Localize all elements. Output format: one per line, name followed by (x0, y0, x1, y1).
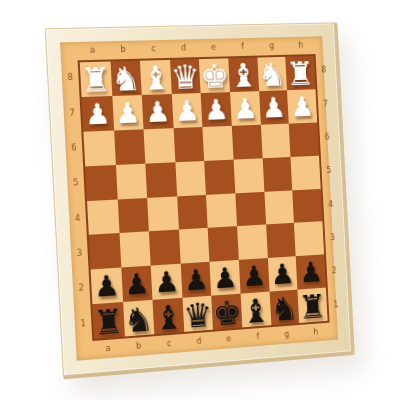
square-c2[interactable]: ♟ (151, 264, 182, 300)
square-a4[interactable] (87, 199, 119, 235)
square-b3[interactable] (119, 232, 151, 268)
white-king[interactable]: ♚ (199, 60, 230, 94)
square-f2[interactable]: ♟ (239, 258, 269, 293)
white-pawn[interactable]: ♟ (232, 95, 258, 124)
square-g5[interactable] (262, 157, 292, 192)
rank-label-right-4: 4 (328, 201, 333, 209)
black-pawn[interactable]: ♟ (183, 266, 209, 296)
square-g8[interactable]: ♞ (257, 57, 287, 91)
square-h4[interactable] (292, 188, 322, 223)
square-a2[interactable]: ♟ (91, 268, 123, 305)
chess-grid: ♜♞♝♛♚♝♞♜♟♟♟♟♟♟♟♟♟♟♟♟♟♟♟♟♜♞♝♛♚♝♞♜ (78, 54, 330, 341)
square-c3[interactable] (149, 230, 180, 266)
square-h5[interactable] (291, 155, 321, 190)
white-pawn[interactable]: ♟ (203, 96, 229, 125)
square-c4[interactable] (147, 196, 178, 232)
square-d7[interactable]: ♟ (172, 93, 203, 128)
file-label-bottom-c: c (167, 340, 172, 348)
white-queen[interactable]: ♛ (170, 61, 201, 95)
square-d3[interactable] (179, 228, 210, 264)
square-e4[interactable] (206, 193, 237, 228)
black-king[interactable]: ♚ (212, 295, 243, 330)
black-bishop[interactable]: ♝ (241, 293, 271, 328)
square-b5[interactable] (116, 163, 148, 199)
white-knight[interactable]: ♞ (110, 62, 142, 96)
square-c6[interactable] (144, 128, 175, 163)
file-label-top-b: b (121, 46, 127, 54)
file-label-top-g: g (269, 42, 274, 50)
white-pawn[interactable]: ♟ (144, 98, 171, 127)
file-label-bottom-e: e (226, 335, 231, 343)
square-f8[interactable]: ♝ (228, 58, 258, 92)
black-pawn[interactable]: ♟ (93, 272, 120, 302)
rank-label-left-4: 4 (75, 214, 81, 222)
white-pawn[interactable]: ♟ (289, 93, 314, 121)
file-label-bottom-f: f (256, 333, 259, 341)
white-bishop[interactable]: ♝ (228, 59, 258, 93)
rank-label-right-6: 6 (325, 134, 330, 142)
square-d8[interactable]: ♛ (170, 59, 201, 94)
square-d5[interactable] (175, 161, 206, 196)
square-c7[interactable]: ♟ (142, 94, 173, 129)
square-f4[interactable] (235, 191, 265, 226)
rank-label-left-1: 1 (80, 320, 86, 329)
square-g2[interactable]: ♟ (267, 256, 297, 291)
white-knight[interactable]: ♞ (257, 58, 287, 91)
square-b4[interactable] (117, 197, 149, 233)
black-bishop[interactable]: ♝ (153, 299, 184, 334)
black-pawn[interactable]: ♟ (241, 262, 267, 291)
rank-label-right-7: 7 (323, 100, 328, 108)
file-label-bottom-b: b (136, 342, 142, 351)
square-a5[interactable] (85, 165, 117, 201)
square-a1[interactable]: ♜ (92, 302, 124, 339)
rank-label-left-5: 5 (73, 179, 79, 187)
black-knight[interactable]: ♞ (123, 301, 155, 337)
square-h3[interactable] (294, 222, 324, 257)
file-label-bottom-d: d (196, 338, 201, 346)
square-f1[interactable]: ♝ (241, 292, 271, 328)
square-a8[interactable]: ♜ (80, 62, 112, 97)
black-pawn[interactable]: ♟ (212, 264, 238, 294)
rank-label-left-2: 2 (78, 285, 84, 294)
square-d4[interactable] (177, 194, 208, 230)
white-rook[interactable]: ♜ (80, 63, 112, 97)
black-rook[interactable]: ♜ (93, 304, 125, 340)
rank-label-left-7: 7 (69, 109, 75, 117)
square-g3[interactable] (266, 223, 296, 258)
square-e8[interactable]: ♚ (199, 58, 230, 93)
file-label-bottom-h: h (313, 328, 318, 336)
square-d6[interactable] (173, 127, 204, 162)
square-e2[interactable]: ♟ (210, 260, 241, 296)
square-b6[interactable] (114, 129, 146, 165)
square-a7[interactable]: ♟ (82, 96, 114, 132)
square-b8[interactable]: ♞ (110, 61, 142, 96)
rank-label-right-3: 3 (330, 234, 335, 242)
board-surface: abcdefgh 87654321 ♜♞♝♛♚♝♞♜♟♟♟♟♟♟♟♟♟♟♟♟♟♟… (60, 36, 338, 360)
black-pawn[interactable]: ♟ (153, 268, 180, 298)
square-h1[interactable]: ♜ (298, 288, 328, 323)
rank-label-right-8: 8 (321, 67, 326, 75)
white-pawn[interactable]: ♟ (84, 100, 111, 129)
square-f6[interactable] (232, 124, 262, 159)
rank-label-right-5: 5 (326, 167, 331, 175)
white-pawn[interactable]: ♟ (261, 94, 287, 122)
black-rook[interactable]: ♜ (298, 289, 328, 323)
square-c5[interactable] (146, 162, 177, 198)
square-b1[interactable]: ♞ (123, 300, 155, 337)
rank-label-left-3: 3 (77, 250, 83, 259)
square-e7[interactable]: ♟ (201, 92, 232, 127)
white-bishop[interactable]: ♝ (140, 61, 171, 95)
square-h8[interactable]: ♜ (285, 56, 315, 90)
photo-background: abcdefgh 87654321 ♜♞♝♛♚♝♞♜♟♟♟♟♟♟♟♟♟♟♟♟♟♟… (0, 0, 400, 400)
white-pawn[interactable]: ♟ (114, 99, 141, 128)
square-f5[interactable] (234, 158, 264, 193)
square-e6[interactable] (203, 126, 234, 161)
file-label-top-a: a (90, 47, 95, 55)
file-label-bottom-g: g (284, 331, 289, 339)
rank-label-right-2: 2 (332, 268, 337, 276)
square-c8[interactable]: ♝ (140, 60, 171, 95)
square-b7[interactable]: ♟ (112, 95, 144, 130)
black-pawn[interactable]: ♟ (123, 270, 150, 300)
square-e1[interactable]: ♚ (212, 294, 243, 330)
square-d2[interactable]: ♟ (181, 262, 212, 298)
rank-label-right-1: 1 (333, 301, 338, 309)
square-g4[interactable] (264, 190, 294, 225)
black-pawn[interactable]: ♟ (298, 259, 323, 288)
file-label-top-e: e (211, 44, 216, 52)
file-label-top-c: c (151, 45, 156, 53)
square-g6[interactable] (260, 123, 290, 158)
square-b2[interactable]: ♟ (121, 266, 153, 302)
white-pawn[interactable]: ♟ (174, 97, 200, 126)
square-a6[interactable] (83, 130, 115, 166)
square-g1[interactable]: ♞ (269, 290, 299, 325)
demonstration-chessboard: abcdefgh 87654321 ♜♞♝♛♚♝♞♜♟♟♟♟♟♟♟♟♟♟♟♟♟♟… (47, 17, 360, 374)
file-label-bottom-a: a (106, 345, 111, 354)
square-h2[interactable]: ♟ (296, 255, 326, 290)
file-label-top-f: f (241, 43, 244, 51)
rank-label-left-8: 8 (67, 74, 73, 82)
square-e3[interactable] (208, 226, 239, 262)
square-c1[interactable]: ♝ (153, 298, 184, 334)
black-pawn[interactable]: ♟ (270, 260, 296, 289)
black-knight[interactable]: ♞ (269, 291, 299, 326)
square-a3[interactable] (89, 233, 121, 269)
square-d1[interactable]: ♛ (182, 296, 213, 332)
rank-label-left-6: 6 (71, 144, 77, 152)
file-label-top-h: h (298, 42, 303, 50)
square-h7[interactable]: ♟ (287, 89, 317, 123)
square-g7[interactable]: ♟ (259, 90, 289, 124)
file-label-top-d: d (181, 44, 186, 52)
square-h6[interactable] (289, 122, 319, 156)
wooden-frame: abcdefgh 87654321 ♜♞♝♛♚♝♞♜♟♟♟♟♟♟♟♟♟♟♟♟♟♟… (45, 22, 355, 379)
black-queen[interactable]: ♛ (182, 297, 213, 332)
white-rook[interactable]: ♜ (285, 57, 315, 90)
square-e5[interactable] (204, 159, 235, 194)
square-f7[interactable]: ♟ (230, 91, 260, 126)
square-f3[interactable] (237, 225, 267, 260)
